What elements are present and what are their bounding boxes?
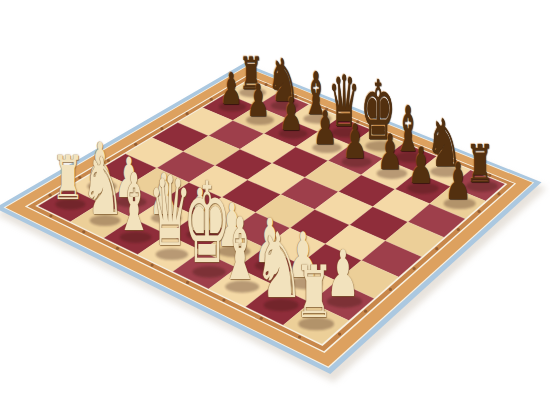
piece-black-pawn[interactable]: ♟ [246, 79, 269, 124]
piece-black-pawn[interactable]: ♟ [342, 118, 367, 166]
piece-white-bishop[interactable]: ♝ [116, 163, 152, 243]
piece-black-pawn[interactable]: ♟ [313, 105, 337, 152]
piece-black-pawn[interactable]: ♟ [219, 67, 242, 111]
piece-white-rook[interactable]: ♜ [52, 149, 84, 209]
chess-photo-canvas: ♜♞♝♛♚♝♞♜♟♟♟♟♟♟♟♟♟♟♟♟♟♟♟♟♜♞♝♛♚♝♞♜ [0, 0, 550, 413]
piece-white-rook[interactable]: ♜ [295, 257, 334, 329]
piece-black-pawn[interactable]: ♟ [377, 129, 402, 178]
piece-black-pawn[interactable]: ♟ [279, 92, 303, 138]
piece-black-pawn[interactable]: ♟ [444, 156, 471, 207]
pieces-layer: ♜♞♝♛♚♝♞♜♟♟♟♟♟♟♟♟♟♟♟♟♟♟♟♟♜♞♝♛♚♝♞♜ [0, 0, 550, 413]
piece-black-pawn[interactable]: ♟ [408, 142, 434, 192]
